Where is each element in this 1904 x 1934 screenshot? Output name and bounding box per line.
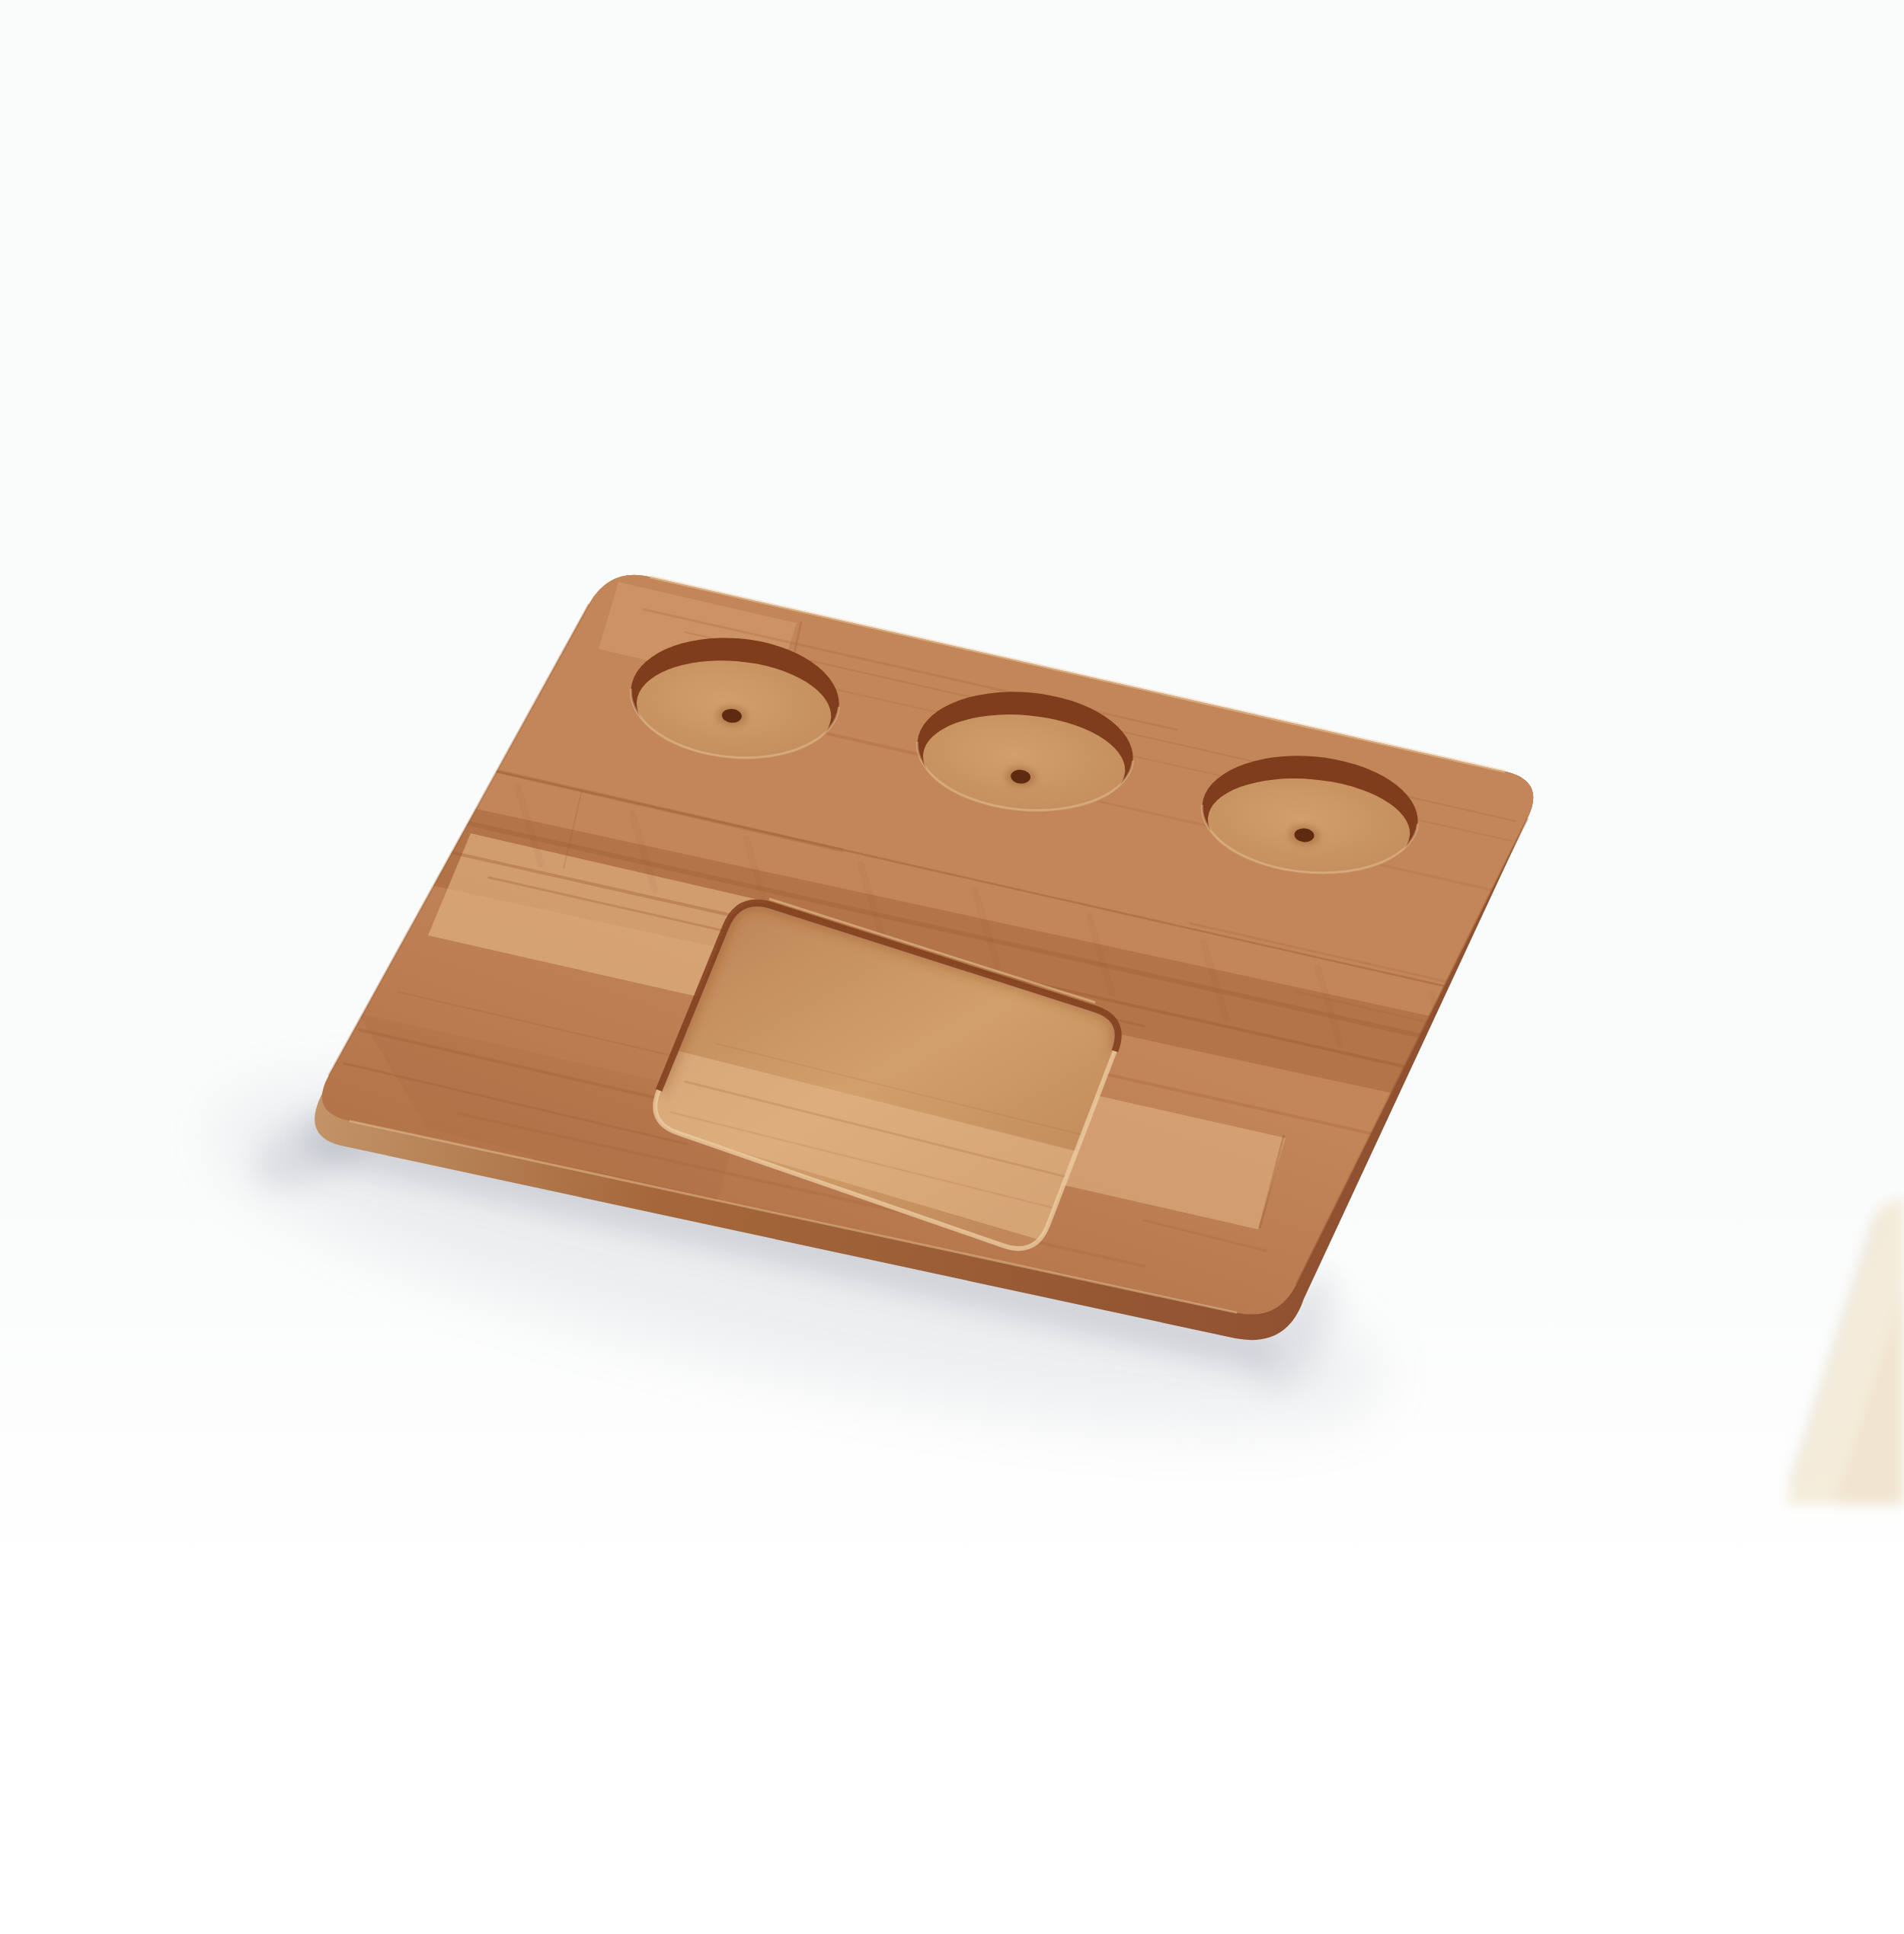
product-photo	[0, 0, 1904, 1934]
